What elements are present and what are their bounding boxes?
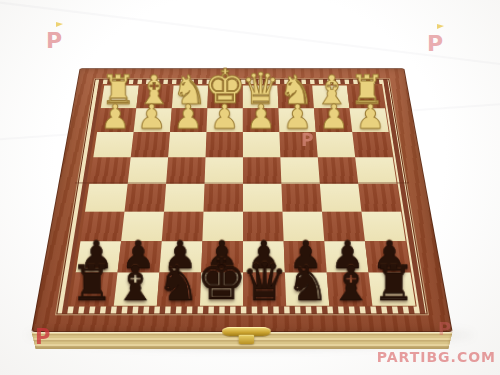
square-g5 <box>124 184 166 212</box>
photo-scene: ♜♝♞♚♛♞♝♜♟♟♟♟♟♟♟♟♟♟♟♟♟♟♟♟♜♝♞♚♛♞♝♜ P P P P… <box>0 0 500 375</box>
square-h7: ♟ <box>76 241 121 272</box>
brass-clasp <box>222 327 271 347</box>
square-c8: ♞ <box>285 272 329 305</box>
square-d2: ♟ <box>243 108 279 132</box>
watermark-letter: P <box>46 28 63 53</box>
square-a5 <box>358 184 401 212</box>
square-d4 <box>243 157 281 183</box>
square-h2: ♟ <box>97 108 136 132</box>
piece-black-pawn: ♟ <box>310 236 385 274</box>
square-c5 <box>281 184 322 212</box>
square-e2: ♟ <box>206 108 242 132</box>
square-g3 <box>131 132 170 157</box>
piece-black-pawn: ♟ <box>184 236 259 274</box>
square-c3 <box>279 132 317 157</box>
square-g4 <box>128 157 168 183</box>
square-a3 <box>352 132 392 157</box>
clasp-tab <box>239 335 254 345</box>
square-d6 <box>243 212 284 242</box>
chess-board: ♜♝♞♚♛♞♝♜♟♟♟♟♟♟♟♟♟♟♟♟♟♟♟♟♜♝♞♚♛♞♝♜ <box>31 68 452 332</box>
square-g8: ♝ <box>114 272 160 305</box>
square-f8: ♞ <box>157 272 201 305</box>
square-c4 <box>280 157 319 183</box>
square-d1: ♛ <box>243 86 279 109</box>
square-c7: ♟ <box>284 241 327 272</box>
board-frame: ♜♝♞♚♛♞♝♜♟♟♟♟♟♟♟♟♟♟♟♟♟♟♟♟♜♝♞♚♛♞♝♜ <box>31 68 452 332</box>
square-d3 <box>243 132 280 157</box>
square-a1: ♜ <box>347 86 385 109</box>
board-grid: ♜♝♞♚♛♞♝♜♟♟♟♟♟♟♟♟♟♟♟♟♟♟♟♟♜♝♞♚♛♞♝♜ <box>71 86 416 306</box>
piece-black-pawn: ♟ <box>268 236 343 274</box>
square-b2: ♟ <box>314 108 352 132</box>
square-c6 <box>282 212 324 242</box>
square-f7: ♟ <box>159 241 202 272</box>
square-b7: ♟ <box>324 241 368 272</box>
square-a4 <box>355 157 397 183</box>
piece-black-pawn: ♟ <box>59 236 134 274</box>
square-g7: ♟ <box>118 241 162 272</box>
watermark-flag-icon <box>437 24 444 29</box>
watermark-flag-icon <box>56 22 63 27</box>
box-front-edge <box>31 332 452 349</box>
square-e8: ♚ <box>200 272 243 305</box>
square-f5 <box>164 184 205 212</box>
square-b6 <box>322 212 365 242</box>
watermark-brand-text: PARTIBG.COM <box>377 349 496 365</box>
square-h5 <box>85 184 128 212</box>
mosaic-border: ♜♝♞♚♛♞♝♜♟♟♟♟♟♟♟♟♟♟♟♟♟♟♟♟♜♝♞♚♛♞♝♜ <box>56 79 427 314</box>
square-e4 <box>205 157 243 183</box>
square-a7: ♟ <box>365 241 410 272</box>
square-h4 <box>89 157 130 183</box>
square-d8: ♛ <box>243 272 286 305</box>
background-crease <box>0 0 500 77</box>
square-e5 <box>203 184 242 212</box>
square-b1: ♝ <box>312 86 349 109</box>
square-e1: ♚ <box>207 86 243 109</box>
square-a2: ♟ <box>349 108 388 132</box>
square-f2: ♟ <box>170 108 207 132</box>
square-f4 <box>166 157 205 183</box>
square-c1: ♞ <box>278 86 314 109</box>
square-h8: ♜ <box>71 272 118 305</box>
square-h6 <box>80 212 124 242</box>
square-b3 <box>316 132 355 157</box>
square-h1: ♜ <box>101 86 139 109</box>
square-d7: ♟ <box>243 241 285 272</box>
square-f6 <box>162 212 204 242</box>
board-inner-margin: ♜♝♞♚♛♞♝♜♟♟♟♟♟♟♟♟♟♟♟♟♟♟♟♟♜♝♞♚♛♞♝♜ <box>67 84 416 307</box>
square-e6 <box>202 212 243 242</box>
piece-black-pawn: ♟ <box>352 236 427 274</box>
piece-black-pawn: ♟ <box>226 236 301 274</box>
watermark-letter: P <box>427 31 444 56</box>
square-b4 <box>318 157 358 183</box>
square-f3 <box>168 132 206 157</box>
square-d5 <box>243 184 283 212</box>
square-g6 <box>121 212 164 242</box>
square-a6 <box>361 212 405 242</box>
square-e3 <box>206 132 243 157</box>
square-g2: ♟ <box>134 108 172 132</box>
square-b5 <box>320 184 362 212</box>
square-c2: ♟ <box>278 108 315 132</box>
square-g1: ♝ <box>136 86 173 109</box>
piece-black-pawn: ♟ <box>143 236 218 274</box>
square-f1: ♞ <box>172 86 208 109</box>
piece-black-pawn: ♟ <box>101 236 176 274</box>
square-a8: ♜ <box>369 272 416 305</box>
square-h3 <box>93 132 133 157</box>
square-e7: ♟ <box>201 241 243 272</box>
square-b8: ♝ <box>327 272 373 305</box>
